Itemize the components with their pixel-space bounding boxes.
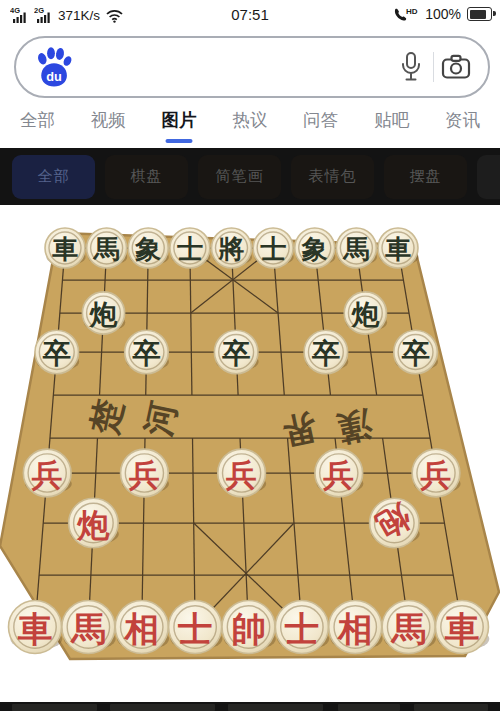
status-right: HD 100% (393, 4, 492, 24)
xiangqi-board[interactable]: 楚河界漢車馬象士將士象馬車炮炮卒卒卒卒卒兵兵兵兵兵炮炮車馬相士帥士相馬車 (0, 222, 500, 702)
search-input[interactable] (74, 46, 389, 88)
piece-b-象-f6r0: 象 (295, 228, 336, 268)
piece-r-車-f8r9: 車 (436, 601, 490, 654)
piece-character: 象 (301, 234, 328, 264)
filter-chip-1[interactable]: 全部 (12, 155, 95, 199)
piece-character: 車 (444, 609, 480, 649)
piece-character: 帥 (231, 609, 266, 649)
piece-r-士-f3r9: 士 (169, 601, 223, 654)
tab-1[interactable]: 全部 (20, 100, 55, 140)
piece-character: 兵 (31, 457, 63, 493)
piece-character: 士 (284, 609, 320, 649)
piece-r-兵-f8r6: 兵 (412, 449, 460, 497)
piece-character: 士 (260, 234, 286, 264)
hd-label: HD (406, 7, 418, 16)
piece-character: 卒 (401, 336, 429, 370)
piece-r-兵-f6r6: 兵 (315, 449, 363, 497)
piece-b-卒-f4r3: 卒 (214, 330, 258, 374)
piece-character: 炮 (76, 506, 110, 544)
piece-b-卒-f0r3: 卒 (35, 330, 79, 374)
piece-r-相-f2r9: 相 (115, 601, 169, 654)
piece-character: 馬 (69, 609, 106, 649)
piece-b-馬-f7r0: 馬 (336, 228, 377, 268)
microphone-icon (399, 51, 423, 83)
piece-r-炮-f1r7: 炮 (69, 498, 119, 547)
piece-r-馬-f1r9: 馬 (62, 601, 116, 654)
filter-chip-3[interactable]: 简笔画 (198, 155, 281, 199)
phone-hd-icon: HD (393, 6, 419, 23)
piece-r-相-f6r9: 相 (329, 601, 383, 654)
piece-r-車-f0r9: 車 (9, 601, 63, 654)
selected-tab-underline (166, 139, 193, 144)
image-result-xiangqi-photo[interactable]: 楚河界漢車馬象士將士象馬車炮炮卒卒卒卒卒兵兵兵兵兵炮炮車馬相士帥士相馬車 (0, 205, 500, 702)
battery-percent: 100% (425, 6, 461, 22)
piece-b-炮-f1r2: 炮 (82, 292, 125, 334)
piece-character: 相 (337, 609, 373, 649)
piece-character: 卒 (312, 336, 340, 370)
piece-b-卒-f8r3: 卒 (394, 330, 438, 374)
status-bar: 4G 2G 371K/s 07:51 HD 100% (0, 0, 500, 30)
piece-character: 馬 (342, 234, 369, 264)
tab-label: 图片 (162, 108, 197, 132)
tab-label: 资讯 (445, 108, 480, 132)
tab-5[interactable]: 问答 (303, 100, 338, 140)
piece-b-士-f3r0: 士 (170, 228, 211, 268)
piece-b-車-f8r0: 車 (378, 228, 419, 268)
piece-character: 兵 (225, 457, 257, 493)
piece-b-將-f4r0: 將 (212, 228, 253, 268)
piece-b-象-f2r0: 象 (128, 228, 169, 268)
filter-chip-4[interactable]: 表情包 (291, 155, 374, 199)
piece-character: 車 (385, 234, 411, 264)
tab-label: 视频 (91, 108, 126, 132)
tab-label: 全部 (20, 108, 55, 132)
board-surface (0, 233, 499, 659)
piece-character: 兵 (419, 457, 451, 493)
tab-4[interactable]: 热议 (232, 100, 267, 140)
search-area: du (0, 33, 500, 99)
tab-label: 热议 (232, 108, 267, 132)
camera-icon (441, 54, 471, 80)
filter-strip: 全部棋盘简笔画表情包摆盘 (0, 148, 500, 205)
piece-character: 兵 (322, 457, 354, 493)
piece-b-車-f0r0: 車 (45, 228, 86, 268)
piece-character: 相 (124, 609, 160, 649)
baidu-logo-icon[interactable]: du (34, 46, 74, 88)
baidu-logo-du-text: du (46, 69, 62, 84)
piece-character: 士 (177, 609, 213, 649)
camera-search-button[interactable] (434, 45, 478, 89)
piece-character: 象 (134, 234, 161, 264)
voice-search-button[interactable] (389, 45, 433, 89)
tab-label: 问答 (303, 108, 338, 132)
piece-r-兵-f2r6: 兵 (121, 449, 169, 497)
tab-label: 贴吧 (374, 108, 409, 132)
next-image-row[interactable] (0, 702, 500, 711)
piece-character: 卒 (43, 336, 71, 370)
phone-screen: 4G 2G 371K/s 07:51 HD 100% (0, 0, 500, 711)
piece-r-兵-f4r6: 兵 (218, 449, 266, 497)
piece-b-炮-f7r2: 炮 (344, 292, 387, 334)
filter-chip-2[interactable]: 棋盘 (105, 155, 188, 199)
piece-r-帥-f4r9: 帥 (222, 601, 276, 654)
tab-3[interactable]: 图片 (162, 100, 197, 140)
piece-character: 車 (17, 609, 53, 649)
piece-character: 馬 (389, 609, 426, 649)
piece-character: 將 (218, 234, 245, 264)
tab-7[interactable]: 资讯 (445, 100, 480, 140)
tab-2[interactable]: 视频 (91, 100, 126, 140)
battery-icon (467, 7, 492, 21)
piece-b-士-f5r0: 士 (253, 228, 294, 268)
result-tabs: 全部视频图片热议问答贴吧资讯 (0, 100, 500, 148)
piece-character: 兵 (128, 457, 160, 493)
piece-b-卒-f2r3: 卒 (125, 330, 169, 374)
piece-r-兵-f0r6: 兵 (23, 449, 71, 497)
search-bar[interactable]: du (14, 36, 490, 98)
piece-character: 炮 (351, 298, 380, 330)
piece-r-士-f5r9: 士 (275, 601, 329, 654)
tab-6[interactable]: 贴吧 (374, 100, 409, 140)
piece-character: 卒 (132, 336, 160, 370)
piece-r-馬-f7r9: 馬 (382, 601, 436, 654)
filter-chip-5[interactable]: 摆盘 (384, 155, 467, 199)
piece-b-卒-f6r3: 卒 (304, 330, 348, 374)
filter-chip-partial[interactable] (477, 155, 500, 199)
piece-character: 炮 (89, 298, 118, 330)
piece-character: 車 (52, 234, 78, 264)
piece-character: 馬 (93, 234, 120, 264)
piece-b-馬-f1r0: 馬 (87, 228, 128, 268)
piece-character: 卒 (222, 336, 250, 370)
piece-character: 士 (177, 234, 203, 264)
